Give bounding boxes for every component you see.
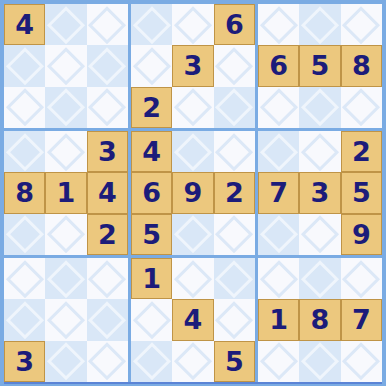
cell-r7c7-given: 8 xyxy=(299,299,340,340)
cell-r7c8-given: 7 xyxy=(341,299,382,340)
cell-r5c8-given: 9 xyxy=(341,214,382,255)
box-0: 4 xyxy=(4,4,128,128)
cell-r1c5-empty[interactable] xyxy=(214,45,255,86)
cell-r0c0-given: 4 xyxy=(4,4,45,45)
cell-r0c3-empty[interactable] xyxy=(131,4,172,45)
cell-r3c0-empty[interactable] xyxy=(4,131,45,172)
cell-r8c4-empty[interactable] xyxy=(172,341,213,382)
cell-r3c8-given: 2 xyxy=(341,131,382,172)
cell-r6c6-empty[interactable] xyxy=(258,258,299,299)
cell-r5c0-empty[interactable] xyxy=(4,214,45,255)
cell-r8c3-empty[interactable] xyxy=(131,341,172,382)
cell-r8c2-empty[interactable] xyxy=(87,341,128,382)
cell-r1c8-given: 8 xyxy=(341,45,382,86)
cell-r2c5-empty[interactable] xyxy=(214,87,255,128)
cell-r3c3-given: 4 xyxy=(131,131,172,172)
cell-r6c2-empty[interactable] xyxy=(87,258,128,299)
cell-r5c4-empty[interactable] xyxy=(172,214,213,255)
box-8: 187 xyxy=(258,258,382,382)
cell-r4c4-given: 9 xyxy=(172,172,213,213)
cell-r1c4-given: 3 xyxy=(172,45,213,86)
cell-r4c5-given: 2 xyxy=(214,172,255,213)
cell-r1c6-given: 6 xyxy=(258,45,299,86)
cell-r7c1-empty[interactable] xyxy=(45,299,86,340)
cell-r0c8-empty[interactable] xyxy=(341,4,382,45)
cell-r7c2-empty[interactable] xyxy=(87,299,128,340)
cell-r4c8-given: 5 xyxy=(341,172,382,213)
cell-r4c7-given: 3 xyxy=(299,172,340,213)
box-3: 38142 xyxy=(4,131,128,255)
cell-r4c1-given: 1 xyxy=(45,172,86,213)
cell-r3c4-empty[interactable] xyxy=(172,131,213,172)
cell-r1c3-empty[interactable] xyxy=(131,45,172,86)
cell-r2c0-empty[interactable] xyxy=(4,87,45,128)
sudoku-board-frame: 46326583814246925273593145187 xyxy=(0,0,386,386)
cell-r0c6-empty[interactable] xyxy=(258,4,299,45)
cell-r5c6-empty[interactable] xyxy=(258,214,299,255)
cell-r1c7-given: 5 xyxy=(299,45,340,86)
cell-r4c0-given: 8 xyxy=(4,172,45,213)
cell-r5c3-given: 5 xyxy=(131,214,172,255)
cell-r6c5-empty[interactable] xyxy=(214,258,255,299)
cell-r6c1-empty[interactable] xyxy=(45,258,86,299)
cell-r4c3-given: 6 xyxy=(131,172,172,213)
cell-r6c3-given: 1 xyxy=(131,258,172,299)
cell-r4c2-given: 4 xyxy=(87,172,128,213)
cell-r7c5-empty[interactable] xyxy=(214,299,255,340)
cell-r7c4-given: 4 xyxy=(172,299,213,340)
cell-r4c6-given: 7 xyxy=(258,172,299,213)
cell-r8c1-empty[interactable] xyxy=(45,341,86,382)
box-5: 27359 xyxy=(258,131,382,255)
cell-r8c0-given: 3 xyxy=(4,341,45,382)
cell-r6c7-empty[interactable] xyxy=(299,258,340,299)
cell-r6c4-empty[interactable] xyxy=(172,258,213,299)
cell-r0c2-empty[interactable] xyxy=(87,4,128,45)
cell-r2c3-given: 2 xyxy=(131,87,172,128)
cell-r2c1-empty[interactable] xyxy=(45,87,86,128)
cell-r5c7-empty[interactable] xyxy=(299,214,340,255)
cell-r8c8-empty[interactable] xyxy=(341,341,382,382)
sudoku-board: 46326583814246925273593145187 xyxy=(4,4,382,382)
cell-r8c5-given: 5 xyxy=(214,341,255,382)
cell-r3c5-empty[interactable] xyxy=(214,131,255,172)
cell-r0c4-empty[interactable] xyxy=(172,4,213,45)
cell-r3c2-given: 3 xyxy=(87,131,128,172)
cell-r1c0-empty[interactable] xyxy=(4,45,45,86)
box-2: 658 xyxy=(258,4,382,128)
cell-r5c1-empty[interactable] xyxy=(45,214,86,255)
cell-r6c0-empty[interactable] xyxy=(4,258,45,299)
box-4: 46925 xyxy=(131,131,255,255)
cell-r7c0-empty[interactable] xyxy=(4,299,45,340)
cell-r2c7-empty[interactable] xyxy=(299,87,340,128)
cell-r8c6-empty[interactable] xyxy=(258,341,299,382)
cell-r1c2-empty[interactable] xyxy=(87,45,128,86)
cell-r0c1-empty[interactable] xyxy=(45,4,86,45)
cell-r2c2-empty[interactable] xyxy=(87,87,128,128)
cell-r7c3-empty[interactable] xyxy=(131,299,172,340)
cell-r0c5-given: 6 xyxy=(214,4,255,45)
cell-r3c1-empty[interactable] xyxy=(45,131,86,172)
cell-r3c7-empty[interactable] xyxy=(299,131,340,172)
cell-r0c7-empty[interactable] xyxy=(299,4,340,45)
cell-r7c6-given: 1 xyxy=(258,299,299,340)
cell-r8c7-empty[interactable] xyxy=(299,341,340,382)
cell-r6c8-empty[interactable] xyxy=(341,258,382,299)
box-6: 3 xyxy=(4,258,128,382)
cell-r2c6-empty[interactable] xyxy=(258,87,299,128)
cell-r5c5-empty[interactable] xyxy=(214,214,255,255)
box-7: 145 xyxy=(131,258,255,382)
cell-r5c2-given: 2 xyxy=(87,214,128,255)
cell-r2c8-empty[interactable] xyxy=(341,87,382,128)
box-1: 632 xyxy=(131,4,255,128)
cell-r1c1-empty[interactable] xyxy=(45,45,86,86)
cell-r2c4-empty[interactable] xyxy=(172,87,213,128)
cell-r3c6-empty[interactable] xyxy=(258,131,299,172)
